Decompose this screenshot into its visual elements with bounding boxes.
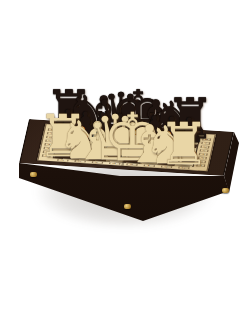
piece-white-rook[interactable]: ♜ bbox=[158, 115, 210, 173]
brass-clasp-left bbox=[30, 172, 37, 177]
chess-board: abcdefgh abcdefgh 87654321 87654321 ♜♞♝♛… bbox=[19, 119, 234, 176]
product-photo-scene: abcdefgh abcdefgh 87654321 87654321 ♜♞♝♛… bbox=[0, 0, 250, 311]
brass-clasp-center bbox=[124, 204, 131, 209]
piece-layer: ♜♞♝♛♚♝♞♜♟♟♟♟♟♟♟♟♟♟♟♟♟♟♟♟♜♞♝♛♚♝♞♜ bbox=[19, 119, 234, 176]
brass-clasp-right bbox=[222, 188, 229, 193]
